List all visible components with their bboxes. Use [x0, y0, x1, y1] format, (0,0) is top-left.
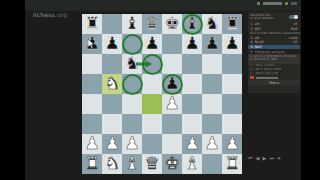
last-move-icon[interactable]: ⏭	[269, 154, 274, 162]
white-pawn: ♟	[182, 134, 202, 154]
username-text[interactable]	[263, 2, 282, 4]
square-d7[interactable]: ♟	[142, 34, 162, 54]
black-pawn: ♟	[222, 34, 242, 54]
square-h4[interactable]	[222, 94, 242, 114]
logo-main: lichess	[33, 11, 55, 18]
square-e1[interactable]: ♚	[162, 154, 182, 174]
square-b6[interactable]	[102, 54, 122, 74]
square-a3[interactable]	[82, 114, 102, 134]
white-pawn: ♟	[102, 134, 122, 154]
square-d6[interactable]	[142, 54, 162, 74]
square-c1[interactable]: ♝	[122, 154, 142, 174]
white-knight: ♞	[102, 74, 122, 94]
square-f1[interactable]: ♝	[182, 154, 202, 174]
square-c7[interactable]	[122, 34, 142, 54]
square-e4[interactable]: ♟	[162, 94, 182, 114]
square-g8[interactable]: ♞	[202, 14, 222, 34]
header-nav	[257, 2, 297, 5]
square-d4[interactable]	[142, 94, 162, 114]
white-pawn: ♟	[122, 134, 142, 154]
square-b2[interactable]: ♟	[102, 134, 122, 154]
black-bishop: ♝	[122, 14, 142, 34]
square-h1[interactable]: ♜	[222, 154, 242, 174]
black-pawn: ♟	[142, 34, 162, 54]
square-g1[interactable]	[202, 154, 222, 174]
square-c3[interactable]	[122, 114, 142, 134]
black-pawn: ♟	[102, 34, 122, 54]
square-f6[interactable]	[182, 54, 202, 74]
board-menu-icon[interactable]: ≡	[277, 154, 281, 162]
black-knight: ♞	[202, 14, 222, 34]
square-c6[interactable]: ♞	[122, 54, 142, 74]
square-d2[interactable]	[142, 134, 162, 154]
white-bishop: ♝	[182, 154, 202, 174]
hamburger-icon: ☰	[250, 50, 253, 54]
square-b4[interactable]	[102, 94, 122, 114]
white-knight: ♞	[102, 154, 122, 174]
black-pawn: ♟	[202, 34, 222, 54]
square-h3[interactable]	[222, 114, 242, 134]
square-h2[interactable]: ♟	[222, 134, 242, 154]
engine-label: Stockfish 10+ in local browser	[250, 14, 274, 21]
square-e7[interactable]	[162, 34, 182, 54]
square-g3[interactable]	[202, 114, 222, 134]
white-pawn: ♟	[82, 134, 102, 154]
square-a1[interactable]: ♜	[82, 154, 102, 174]
square-d8[interactable]: ♛	[142, 14, 162, 34]
logo-suffix: .org	[55, 11, 68, 18]
screen: lichess.org ♜♝♛♚♝♞♜♟♟♟♟♟♟♞♞♟♟♟♟♟♟♟♟♜♞♝♛♚…	[0, 0, 320, 180]
square-g2[interactable]: ♟	[202, 134, 222, 154]
white-pawn: ♟	[222, 134, 242, 154]
analysis-panel: Stockfish 10+ in local browser 1. e4c52.…	[248, 12, 300, 93]
chess-board[interactable]: ♜♝♛♚♝♞♜♟♟♟♟♟♟♞♞♟♟♟♟♟♟♟♟♜♞♝♛♚♝♜	[82, 14, 242, 174]
square-h7[interactable]: ♟	[222, 34, 242, 54]
square-b8[interactable]	[102, 14, 122, 34]
playback-controls: ⏮◀▶⏭≡	[248, 154, 281, 162]
square-f2[interactable]: ♟	[182, 134, 202, 154]
black-rook: ♜	[82, 14, 102, 34]
move-list: 1. e4c52. Nf3Nc6B32 Sicilian Defense: Ka…	[248, 22, 300, 49]
square-b3[interactable]	[102, 114, 122, 134]
variation-lines: 5... d6 6. c4 Be75... a6 6. Nd6+ Bxd65..…	[248, 64, 300, 75]
square-a6[interactable]	[82, 54, 102, 74]
lichess-page: lichess.org ♜♝♛♚♝♞♜♟♟♟♟♟♟♞♞♟♟♟♟♟♟♟♟♜♞♝♛♚…	[25, 0, 301, 180]
white-pawn: ♟	[162, 94, 182, 114]
square-h8[interactable]: ♜	[222, 14, 242, 34]
square-e3[interactable]	[162, 114, 182, 134]
letterbox-right	[301, 0, 320, 180]
square-e8[interactable]: ♚	[162, 14, 182, 34]
square-c5[interactable]	[122, 74, 142, 94]
black-pawn: ♟	[182, 34, 202, 54]
square-a4[interactable]	[82, 94, 102, 114]
white-bishop: ♝	[122, 154, 142, 174]
black-pawn: ♟	[162, 74, 182, 94]
square-a5[interactable]	[82, 74, 102, 94]
square-f8[interactable]: ♝	[182, 14, 202, 34]
square-h5[interactable]	[222, 74, 242, 94]
square-h6[interactable]	[222, 54, 242, 74]
square-e2[interactable]	[162, 134, 182, 154]
white-rook: ♜	[222, 154, 242, 174]
black-king: ♚	[162, 14, 182, 34]
square-b5[interactable]: ♞	[102, 74, 122, 94]
chat-text	[256, 77, 278, 79]
square-g5[interactable]	[202, 74, 222, 94]
black-queen: ♛	[142, 14, 162, 34]
pgn-text[interactable]: 1. e4 c5 2. Nf3 Nc6 3. d4 cxd4 4. Nxd4 e…	[248, 54, 300, 64]
square-d1[interactable]: ♛	[142, 154, 162, 174]
prev-move-icon[interactable]: ◀	[256, 154, 260, 162]
square-a2[interactable]: ♟	[82, 134, 102, 154]
square-f4[interactable]	[182, 94, 202, 114]
engine-toggle[interactable]	[289, 15, 298, 20]
square-f5[interactable]	[182, 74, 202, 94]
square-d3[interactable]	[142, 114, 162, 134]
square-c4[interactable]	[122, 94, 142, 114]
black-rook: ♜	[222, 14, 242, 34]
square-f7[interactable]: ♟	[182, 34, 202, 54]
square-e6[interactable]	[162, 54, 182, 74]
challenge-bar[interactable]	[291, 2, 297, 4]
next-move-icon[interactable]: ▶	[262, 154, 266, 162]
square-e5[interactable]: ♟	[162, 74, 182, 94]
flag-icon[interactable]	[250, 76, 254, 80]
toggle-knob	[294, 15, 298, 19]
square-g6[interactable]	[202, 54, 222, 74]
black-knight: ♞	[122, 54, 142, 74]
lichess-logo[interactable]: lichess.org	[33, 11, 67, 18]
white-king: ♚	[162, 154, 182, 174]
white-rook: ♜	[82, 154, 102, 174]
online-dot	[285, 2, 288, 5]
first-move-icon[interactable]: ⏮	[248, 154, 253, 162]
black-bishop: ♝	[182, 14, 202, 34]
square-c8[interactable]: ♝	[122, 14, 142, 34]
white-pawn: ♟	[202, 134, 222, 154]
square-d5[interactable]	[142, 74, 162, 94]
square-g7[interactable]: ♟	[202, 34, 222, 54]
square-g4[interactable]	[202, 94, 222, 114]
white-queen: ♛	[142, 154, 162, 174]
square-b7[interactable]: ♟	[102, 34, 122, 54]
mouse-cursor	[88, 39, 95, 49]
menu-button[interactable]: Menu	[248, 80, 300, 86]
square-c2[interactable]: ♟	[122, 134, 142, 154]
engine-row: Stockfish 10+ in local browser	[248, 12, 300, 22]
apps-icon[interactable]	[257, 2, 260, 5]
letterbox-left	[0, 0, 25, 180]
square-f3[interactable]	[182, 114, 202, 134]
square-a8[interactable]: ♜	[82, 14, 102, 34]
square-b1[interactable]: ♞	[102, 154, 122, 174]
